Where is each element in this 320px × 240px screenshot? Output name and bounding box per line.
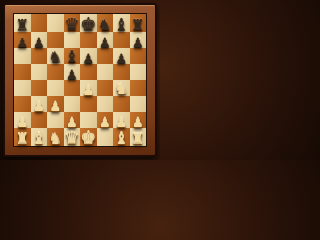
square-d6[interactable]: ♝ — [64, 48, 81, 64]
square-e6[interactable]: ♟ — [80, 48, 97, 64]
square-c5[interactable] — [47, 64, 64, 80]
board-frame: ♜♛♚♞♝♜♟♟♟♟♞♝♟♟♟♟♞♟♟♟♟♟♟♟♜♝♞♛♚♝♜ — [3, 3, 157, 157]
black-knight-f8[interactable]: ♞ — [98, 18, 111, 33]
square-d2[interactable]: ♟ — [64, 112, 81, 128]
square-h2[interactable]: ♟ — [130, 112, 147, 128]
square-d5[interactable]: ♟ — [64, 64, 81, 80]
square-e4[interactable]: ♟ — [80, 80, 97, 96]
square-a4[interactable] — [14, 80, 31, 96]
square-c8[interactable] — [47, 14, 64, 32]
chess-app-screen: ♜♛♚♞♝♜♟♟♟♟♞♝♟♟♟♟♞♟♟♟♟♟♟♟♜♝♞♛♚♝♜ — [0, 0, 160, 160]
square-d4[interactable] — [64, 80, 81, 96]
square-c4[interactable] — [47, 80, 64, 96]
black-king-e8[interactable]: ♚ — [80, 15, 96, 33]
square-g7[interactable] — [113, 32, 130, 48]
black-pawn-b7[interactable]: ♟ — [33, 36, 45, 49]
square-c2[interactable] — [47, 112, 64, 128]
square-d1[interactable]: ♛ — [64, 128, 81, 146]
square-e7[interactable] — [80, 32, 97, 48]
black-bishop-d6[interactable]: ♝ — [65, 49, 79, 65]
square-h1[interactable]: ♜ — [130, 128, 147, 146]
square-a7[interactable]: ♟ — [14, 32, 31, 48]
white-bishop-g1[interactable]: ♝ — [114, 131, 128, 147]
square-e5[interactable] — [80, 64, 97, 80]
square-a5[interactable] — [14, 64, 31, 80]
black-pawn-a7[interactable]: ♟ — [16, 36, 28, 49]
white-rook-h1[interactable]: ♜ — [131, 132, 144, 147]
square-h3[interactable] — [130, 96, 147, 112]
square-h8[interactable]: ♜ — [130, 14, 147, 32]
white-pawn-c3[interactable]: ♟ — [49, 100, 61, 113]
black-pawn-f7[interactable]: ♟ — [99, 36, 111, 49]
square-f2[interactable]: ♟ — [97, 112, 114, 128]
square-e1[interactable]: ♚ — [80, 128, 97, 146]
square-h5[interactable] — [130, 64, 147, 80]
square-e8[interactable]: ♚ — [80, 14, 97, 32]
black-pawn-e6[interactable]: ♟ — [82, 52, 94, 65]
square-b1[interactable]: ♝ — [31, 128, 48, 146]
white-king-e1[interactable]: ♚ — [80, 129, 96, 147]
square-f5[interactable] — [97, 64, 114, 80]
square-f1[interactable] — [97, 128, 114, 146]
square-c6[interactable]: ♞ — [47, 48, 64, 64]
square-f6[interactable] — [97, 48, 114, 64]
white-queen-d1[interactable]: ♛ — [64, 130, 79, 147]
black-pawn-g6[interactable]: ♟ — [115, 52, 127, 65]
black-pawn-h7[interactable]: ♟ — [132, 36, 144, 49]
square-d3[interactable] — [64, 96, 81, 112]
square-g5[interactable] — [113, 64, 130, 80]
white-knight-c1[interactable]: ♞ — [49, 132, 62, 147]
square-d7[interactable] — [64, 32, 81, 48]
black-rook-h8[interactable]: ♜ — [131, 18, 144, 33]
white-pawn-h2[interactable]: ♟ — [132, 116, 144, 129]
square-g8[interactable]: ♝ — [113, 14, 130, 32]
white-knight-g4[interactable]: ♞ — [115, 82, 128, 97]
black-queen-d8[interactable]: ♛ — [64, 16, 79, 33]
square-a2[interactable]: ♟ — [14, 112, 31, 128]
square-b8[interactable] — [31, 14, 48, 32]
square-f4[interactable] — [97, 80, 114, 96]
square-h4[interactable] — [130, 80, 147, 96]
white-pawn-a2[interactable]: ♟ — [16, 116, 28, 129]
square-b5[interactable] — [31, 64, 48, 80]
white-pawn-e4[interactable]: ♟ — [82, 84, 94, 97]
white-bishop-b1[interactable]: ♝ — [32, 131, 46, 147]
square-e2[interactable] — [80, 112, 97, 128]
square-a1[interactable]: ♜ — [14, 128, 31, 146]
square-g3[interactable] — [113, 96, 130, 112]
square-d8[interactable]: ♛ — [64, 14, 81, 32]
square-h6[interactable] — [130, 48, 147, 64]
white-pawn-g2[interactable]: ♟ — [115, 116, 127, 129]
square-b6[interactable] — [31, 48, 48, 64]
white-pawn-f2[interactable]: ♟ — [99, 116, 111, 129]
square-c1[interactable]: ♞ — [47, 128, 64, 146]
square-g1[interactable]: ♝ — [113, 128, 130, 146]
square-a8[interactable]: ♜ — [14, 14, 31, 32]
square-b3[interactable]: ♟ — [31, 96, 48, 112]
square-c7[interactable] — [47, 32, 64, 48]
square-h7[interactable]: ♟ — [130, 32, 147, 48]
square-f7[interactable]: ♟ — [97, 32, 114, 48]
white-pawn-b3[interactable]: ♟ — [33, 100, 45, 113]
square-g2[interactable]: ♟ — [113, 112, 130, 128]
chess-board: ♜♛♚♞♝♜♟♟♟♟♞♝♟♟♟♟♞♟♟♟♟♟♟♟♜♝♞♛♚♝♜ — [13, 13, 147, 147]
square-a6[interactable] — [14, 48, 31, 64]
black-bishop-g8[interactable]: ♝ — [114, 17, 128, 33]
square-e3[interactable] — [80, 96, 97, 112]
square-f3[interactable] — [97, 96, 114, 112]
square-f8[interactable]: ♞ — [97, 14, 114, 32]
white-rook-a1[interactable]: ♜ — [16, 132, 29, 147]
square-g6[interactable]: ♟ — [113, 48, 130, 64]
black-pawn-d5[interactable]: ♟ — [66, 68, 78, 81]
square-c3[interactable]: ♟ — [47, 96, 64, 112]
square-a3[interactable] — [14, 96, 31, 112]
square-b4[interactable] — [31, 80, 48, 96]
square-b7[interactable]: ♟ — [31, 32, 48, 48]
square-b2[interactable] — [31, 112, 48, 128]
black-knight-c6[interactable]: ♞ — [49, 50, 62, 65]
square-g4[interactable]: ♞ — [113, 80, 130, 96]
black-rook-a8[interactable]: ♜ — [16, 18, 29, 33]
